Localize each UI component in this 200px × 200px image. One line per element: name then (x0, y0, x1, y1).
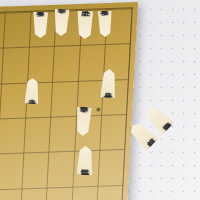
piece-kanji: 金将 (57, 21, 66, 23)
piece-kanji: 飛車 (155, 115, 163, 123)
shogi-board[interactable] (0, 2, 138, 200)
piece-kanji: 香車 (100, 23, 109, 25)
piece-kanji: 桂馬 (80, 159, 89, 161)
photo-frame: 香車 金将 王将 香車 歩兵 歩兵 金将 桂馬 飛車 銀将 (0, 0, 200, 200)
board-grid (0, 7, 133, 200)
piece-kanji: 金将 (79, 120, 88, 123)
piece-kanji: 歩兵 (104, 82, 113, 85)
piece-kanji: 王将 (80, 24, 90, 26)
piece-kanji: 歩兵 (27, 90, 36, 92)
piece-kanji: 香車 (36, 24, 45, 26)
star-point (96, 107, 100, 111)
piece-kanji: 銀将 (139, 131, 147, 139)
